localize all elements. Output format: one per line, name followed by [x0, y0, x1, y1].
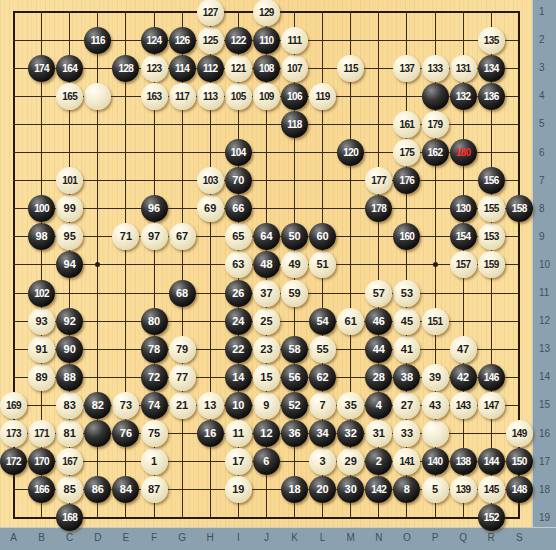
col-label: N	[369, 532, 389, 543]
grid-line	[13, 461, 521, 462]
col-label: S	[509, 532, 529, 543]
column-coordinates-strip: ABCDEFGHIJKLMNOPQRS	[0, 527, 556, 550]
col-label: L	[313, 532, 333, 543]
grid-line	[491, 11, 492, 519]
grid-line	[13, 321, 521, 322]
col-label: D	[88, 532, 108, 543]
grid-line	[463, 11, 464, 519]
row-label: 10	[539, 259, 555, 270]
grid-line	[13, 293, 521, 294]
row-label: 11	[539, 287, 555, 298]
col-label: K	[285, 532, 305, 543]
go-game-screenshot: ABCDEFGHIJKLMNOPQRS 12345678910111213141…	[0, 0, 556, 550]
grid-line	[13, 264, 521, 265]
col-label: A	[4, 532, 24, 543]
grid-line	[350, 11, 351, 519]
row-label: 4	[539, 90, 555, 101]
col-label: C	[60, 532, 80, 543]
row-label: 16	[539, 428, 555, 439]
grid-line	[13, 517, 521, 519]
grid-line	[13, 433, 521, 434]
grid-line	[13, 489, 521, 490]
grid-line	[13, 405, 521, 406]
row-label: 3	[539, 62, 555, 73]
grid-line	[13, 377, 521, 378]
row-label: 6	[539, 147, 555, 158]
grid-line	[378, 11, 379, 519]
row-label: 5	[539, 118, 555, 129]
grid-line	[294, 11, 295, 519]
row-label: 12	[539, 315, 555, 326]
col-label: R	[481, 532, 501, 543]
grid-line	[322, 11, 323, 519]
col-label: M	[341, 532, 361, 543]
col-label: P	[425, 532, 445, 543]
col-label: I	[228, 532, 248, 543]
col-label: H	[200, 532, 220, 543]
row-label: 13	[539, 343, 555, 354]
row-label: 2	[539, 34, 555, 45]
grid-line	[13, 349, 521, 350]
col-label: B	[32, 532, 52, 543]
row-label: 1	[539, 6, 555, 17]
row-label: 15	[539, 399, 555, 410]
col-label: F	[144, 532, 164, 543]
col-label: J	[256, 532, 276, 543]
row-label: 19	[539, 512, 555, 523]
row-label: 8	[539, 203, 555, 214]
col-label: E	[116, 532, 136, 543]
grid-line	[518, 11, 520, 519]
row-label: 17	[539, 456, 555, 467]
star-point	[433, 262, 438, 267]
row-label: 14	[539, 371, 555, 382]
row-coordinates-strip: 12345678910111213141516171819	[532, 0, 556, 527]
row-label: 18	[539, 484, 555, 495]
row-label: 7	[539, 175, 555, 186]
col-label: G	[172, 532, 192, 543]
row-label: 9	[539, 231, 555, 242]
col-label: Q	[453, 532, 473, 543]
grid-line	[406, 11, 407, 519]
col-label: O	[397, 532, 417, 543]
